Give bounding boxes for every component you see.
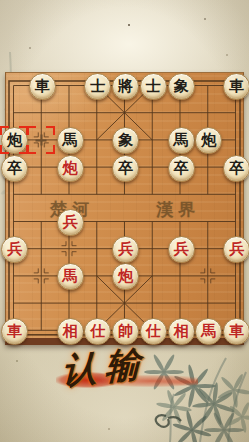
piece-glyph: 車 — [35, 79, 50, 94]
piece-glyph: 相 — [63, 324, 78, 339]
piece-glyph: 馬 — [174, 133, 189, 148]
xiangqi-piece-black-general[interactable]: 將 — [112, 73, 139, 100]
xiangqi-piece-black-soldier[interactable]: 卒 — [1, 155, 28, 182]
piece-glyph: 炮 — [118, 269, 133, 284]
xiangqi-piece-black-chariot[interactable]: 車 — [29, 73, 56, 100]
piece-glyph: 炮 — [7, 133, 22, 148]
xiangqi-piece-red-advisor[interactable]: 仕 — [84, 318, 111, 345]
xiangqi-piece-red-soldier[interactable]: 兵 — [57, 209, 84, 236]
river-text-right: 漢界 — [156, 198, 200, 221]
piece-glyph: 卒 — [174, 161, 189, 176]
bamboo-ink-bottom-right — [134, 352, 249, 442]
piece-glyph: 兵 — [229, 242, 244, 257]
piece-glyph: 仕 — [90, 324, 105, 339]
piece-glyph: 炮 — [63, 161, 78, 176]
piece-glyph: 馬 — [201, 324, 216, 339]
piece-glyph: 車 — [229, 79, 244, 94]
piece-glyph: 馬 — [63, 269, 78, 284]
xiangqi-piece-red-elephant[interactable]: 相 — [168, 318, 195, 345]
xiangqi-piece-black-horse[interactable]: 馬 — [168, 127, 195, 154]
piece-glyph: 相 — [174, 324, 189, 339]
piece-glyph: 車 — [7, 324, 22, 339]
piece-glyph: 馬 — [63, 133, 78, 148]
xiangqi-piece-black-elephant[interactable]: 象 — [168, 73, 195, 100]
piece-glyph: 卒 — [118, 161, 133, 176]
xiangqi-piece-red-chariot[interactable]: 車 — [223, 318, 249, 345]
xiangqi-piece-red-soldier[interactable]: 兵 — [223, 236, 249, 263]
resign-button[interactable]: 认输 — [62, 340, 148, 395]
piece-glyph: 士 — [90, 79, 105, 94]
xiangqi-piece-black-soldier[interactable]: 卒 — [112, 155, 139, 182]
piece-glyph: 帥 — [118, 324, 133, 339]
piece-glyph: 士 — [146, 79, 161, 94]
piece-glyph: 兵 — [118, 242, 133, 257]
xiangqi-piece-black-advisor[interactable]: 士 — [140, 73, 167, 100]
piece-glyph: 仕 — [146, 324, 161, 339]
piece-glyph: 車 — [229, 324, 244, 339]
xiangqi-board[interactable]: 楚河 漢界 車士將士象車炮馬象馬炮卒卒卒卒炮兵兵兵兵兵馬炮車相仕帥仕相馬車 — [5, 72, 244, 345]
xiangqi-piece-black-soldier[interactable]: 卒 — [223, 155, 249, 182]
xiangqi-piece-red-horse[interactable]: 馬 — [195, 318, 222, 345]
xiangqi-piece-red-horse[interactable]: 馬 — [57, 263, 84, 290]
piece-glyph: 將 — [118, 79, 133, 94]
xiangqi-piece-black-soldier[interactable]: 卒 — [168, 155, 195, 182]
piece-glyph: 卒 — [7, 161, 22, 176]
xiangqi-piece-red-soldier[interactable]: 兵 — [112, 236, 139, 263]
piece-glyph: 兵 — [174, 242, 189, 257]
piece-glyph: 卒 — [229, 161, 244, 176]
piece-glyph: 兵 — [7, 242, 22, 257]
piece-glyph: 炮 — [201, 133, 216, 148]
xiangqi-piece-black-horse[interactable]: 馬 — [57, 127, 84, 154]
xiangqi-piece-red-cannon[interactable]: 炮 — [57, 155, 84, 182]
xiangqi-piece-red-elephant[interactable]: 相 — [57, 318, 84, 345]
board-grid — [6, 73, 243, 338]
xiangqi-piece-red-chariot[interactable]: 車 — [1, 318, 28, 345]
xiangqi-piece-red-soldier[interactable]: 兵 — [1, 236, 28, 263]
piece-glyph: 象 — [174, 79, 189, 94]
game-screen: 楚河 漢界 車士將士象車炮馬象馬炮卒卒卒卒炮兵兵兵兵兵馬炮車相仕帥仕相馬車 认输 — [0, 0, 249, 442]
xiangqi-piece-red-soldier[interactable]: 兵 — [168, 236, 195, 263]
piece-glyph: 象 — [118, 133, 133, 148]
piece-glyph: 兵 — [63, 215, 78, 230]
paper-speckles — [0, 0, 2, 2]
xiangqi-piece-black-chariot[interactable]: 車 — [223, 73, 249, 100]
